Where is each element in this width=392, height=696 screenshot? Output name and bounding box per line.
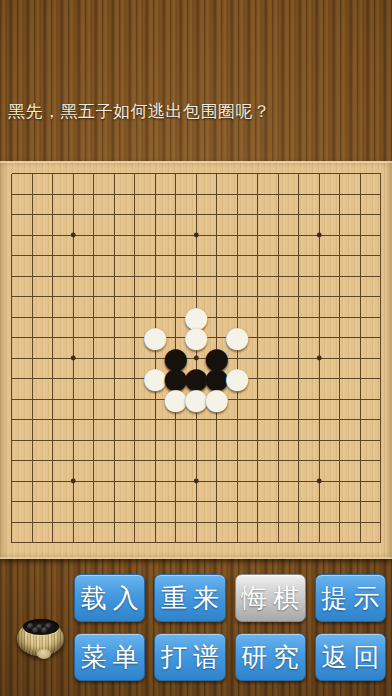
white-stone-K8: ● xyxy=(186,389,207,410)
bowl-black-stone xyxy=(32,627,40,634)
black-stone-L10: ● xyxy=(207,348,228,369)
white-stone-H11: ● xyxy=(145,327,166,348)
undo-button-label: 悔棋 xyxy=(241,581,305,616)
hint-button-label: 提示 xyxy=(321,581,385,616)
button-row-1: 载入 重来 悔棋 提示 xyxy=(74,574,386,622)
white-stone-M9: ● xyxy=(227,368,248,389)
white-stone-H9: ● xyxy=(145,368,166,389)
white-stone-J8: ● xyxy=(166,389,187,410)
button-row-2: 菜单 打谱 研究 返回 xyxy=(74,633,386,681)
go-board[interactable]: ●●●●●●●●●●●●●● xyxy=(0,161,392,559)
study-button-label: 研究 xyxy=(241,640,305,675)
stones-layer: ●●●●●●●●●●●●●● xyxy=(2,163,392,553)
puzzle-prompt: 黑先，黑五子如何逃出包围圈呢？ xyxy=(8,99,384,123)
button-panel: 载入 重来 悔棋 提示 菜单 打谱 研究 返回 xyxy=(74,574,386,692)
bowl-black-stone xyxy=(41,627,49,634)
load-button[interactable]: 载入 xyxy=(74,574,145,622)
menu-button[interactable]: 菜单 xyxy=(74,633,145,681)
stone-bowl-icon xyxy=(14,616,68,660)
black-stone-J9: ● xyxy=(166,368,187,389)
white-stone-L8: ● xyxy=(207,389,228,410)
white-stone-K12: ● xyxy=(186,307,207,328)
black-stone-L9: ● xyxy=(207,368,228,389)
back-button-label: 返回 xyxy=(321,640,385,675)
black-stone-K9: ● xyxy=(186,368,207,389)
black-stone-J10: ● xyxy=(166,348,187,369)
menu-button-label: 菜单 xyxy=(81,640,145,675)
back-button[interactable]: 返回 xyxy=(315,633,386,681)
bowl-front-disc xyxy=(37,649,51,659)
restart-button-label: 重来 xyxy=(161,581,225,616)
record-button[interactable]: 打谱 xyxy=(154,633,225,681)
white-stone-M11: ● xyxy=(227,327,248,348)
go-app-screen: 黑先，黑五子如何逃出包围圈呢？ ●●●●●●●●●●●●●● 载入 重来 悔棋 … xyxy=(0,0,392,696)
white-stone-K11: ● xyxy=(186,327,207,348)
study-button[interactable]: 研究 xyxy=(235,633,306,681)
bowl-opening xyxy=(23,619,59,635)
record-button-label: 打谱 xyxy=(161,640,225,675)
load-button-label: 载入 xyxy=(81,581,145,616)
hint-button[interactable]: 提示 xyxy=(315,574,386,622)
undo-button[interactable]: 悔棋 xyxy=(235,574,306,622)
restart-button[interactable]: 重来 xyxy=(154,574,225,622)
